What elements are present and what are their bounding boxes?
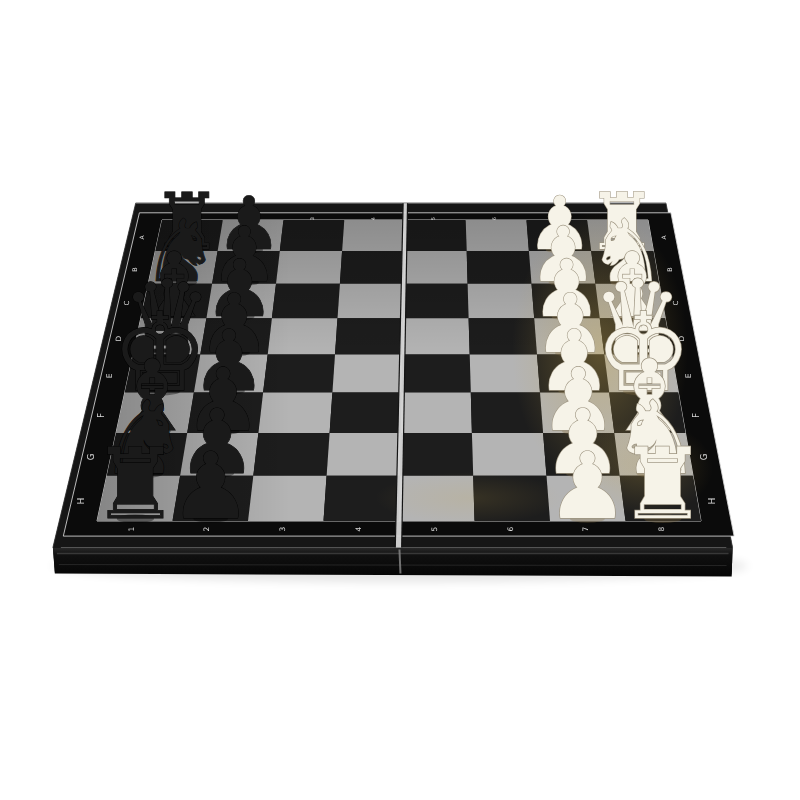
label-back-6: 6	[491, 217, 497, 220]
label-back-3: 3	[309, 217, 315, 220]
label-front-3: 3	[278, 526, 287, 531]
label-back-4: 4	[370, 217, 376, 220]
piece-white-rook-h8: ♜	[619, 427, 707, 541]
gold-reflection-3	[375, 472, 565, 524]
label-back-5: 5	[430, 217, 436, 220]
product-photo-page: AABBCCDDEEFFGGHH1122334455667788♜♟♟♜♞♟♟♞…	[0, 0, 800, 800]
label-right-h: H	[707, 498, 717, 505]
label-front-6: 6	[506, 526, 515, 531]
front-wall	[53, 548, 733, 577]
chess-board: AABBCCDDEEFFGGHH1122334455667788♜♟♟♜♞♟♟♞…	[0, 0, 800, 800]
wall-seam	[399, 550, 400, 574]
label-left-h: H	[76, 498, 86, 505]
piece-black-pawn-h2: ♟	[169, 433, 251, 540]
label-front-4: 4	[354, 526, 363, 531]
label-front-5: 5	[430, 526, 439, 531]
chess-set-photo[interactable]: AABBCCDDEEFFGGHH1122334455667788♜♟♟♜♞♟♟♞…	[0, 0, 800, 800]
piece-black-rook-h1: ♜	[91, 427, 179, 541]
piece-white-pawn-h7: ♟	[546, 433, 628, 540]
